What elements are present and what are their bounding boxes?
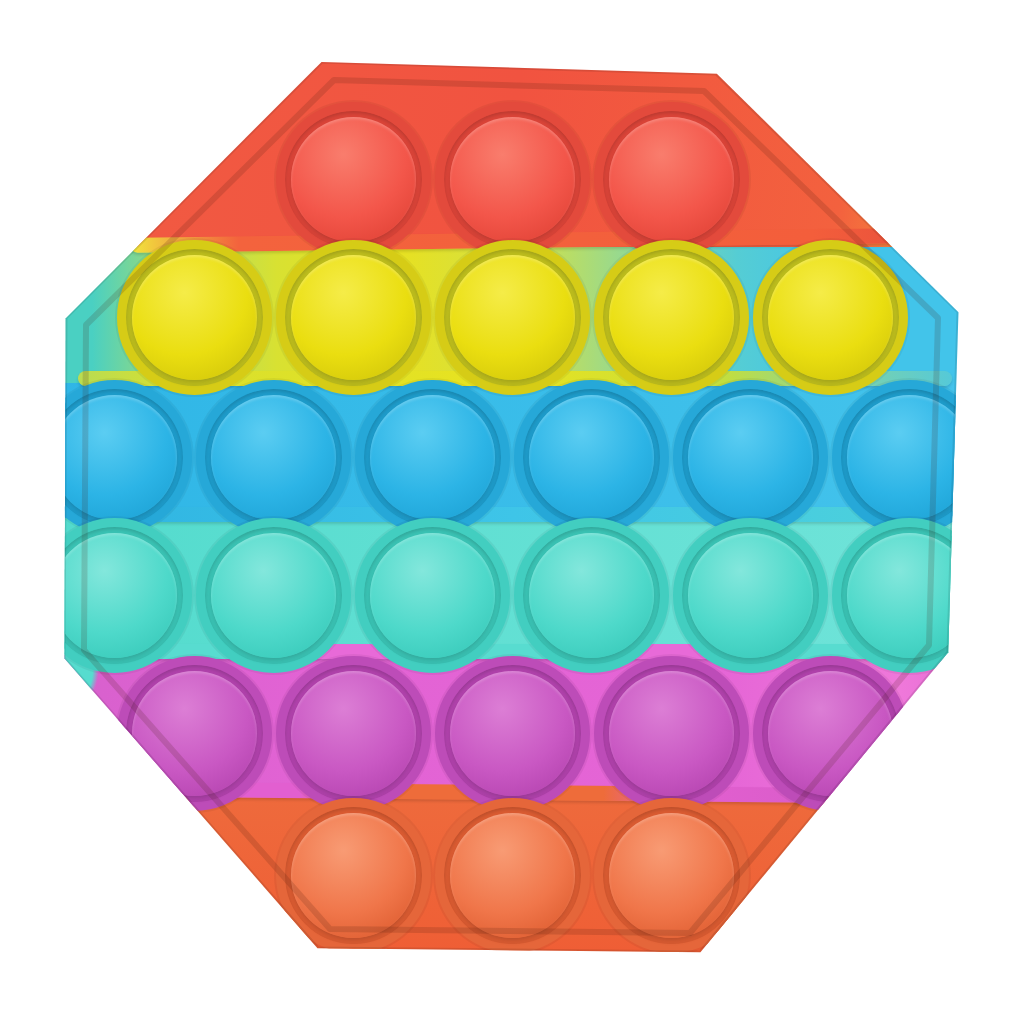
bubble-dome — [52, 533, 177, 658]
bubble-dome — [609, 813, 734, 938]
bubble-row-mint — [0, 518, 1024, 673]
bubble-mint-4[interactable] — [514, 518, 669, 673]
bubble-row-yellow — [0, 240, 1024, 395]
bubble-mint-6[interactable] — [832, 518, 987, 673]
bubble-dome — [450, 255, 575, 380]
bubble-orange-3[interactable] — [594, 798, 749, 953]
bubble-dome — [768, 255, 893, 380]
bubble-red-2[interactable] — [435, 102, 590, 257]
bubble-yellow-3[interactable] — [435, 240, 590, 395]
bubble-blue-1[interactable] — [37, 380, 192, 535]
bubble-dome — [529, 395, 654, 520]
bubble-dome — [291, 255, 416, 380]
bubble-mint-3[interactable] — [355, 518, 510, 673]
bubble-dome — [370, 533, 495, 658]
bubble-blue-2[interactable] — [196, 380, 351, 535]
bubble-dome — [450, 671, 575, 796]
pop-it-board — [0, 0, 1024, 1024]
bubble-dome — [291, 117, 416, 242]
bubble-dome — [609, 255, 734, 380]
bubble-dome — [291, 671, 416, 796]
bubble-row-blue — [0, 380, 1024, 535]
bubble-red-3[interactable] — [594, 102, 749, 257]
bubble-dome — [211, 395, 336, 520]
bubble-dome — [768, 671, 893, 796]
bubble-orange-1[interactable] — [276, 798, 431, 953]
bubble-dome — [609, 671, 734, 796]
photo-canvas — [0, 0, 1024, 1024]
bubble-dome — [529, 533, 654, 658]
bubble-orange-2[interactable] — [435, 798, 590, 953]
bubble-blue-4[interactable] — [514, 380, 669, 535]
bubble-dome — [688, 395, 813, 520]
bubble-yellow-1[interactable] — [117, 240, 272, 395]
bubble-dome — [52, 395, 177, 520]
bubble-orchid-4[interactable] — [594, 656, 749, 811]
bubble-dome — [132, 671, 257, 796]
bubble-red-1[interactable] — [276, 102, 431, 257]
bubble-dome — [688, 533, 813, 658]
bubble-blue-6[interactable] — [832, 380, 987, 535]
bubble-row-red — [0, 102, 1024, 257]
bubble-dome — [211, 533, 336, 658]
bubble-dome — [609, 117, 734, 242]
bubble-dome — [291, 813, 416, 938]
bubble-yellow-4[interactable] — [594, 240, 749, 395]
bubble-dome — [370, 395, 495, 520]
bubble-mint-2[interactable] — [196, 518, 351, 673]
bubble-row-orange — [0, 798, 1024, 953]
bubble-dome — [450, 813, 575, 938]
bubble-orchid-3[interactable] — [435, 656, 590, 811]
bubble-mint-5[interactable] — [673, 518, 828, 673]
bubble-orchid-2[interactable] — [276, 656, 431, 811]
bubble-dome — [132, 255, 257, 380]
bubble-blue-3[interactable] — [355, 380, 510, 535]
bubble-dome — [847, 395, 972, 520]
bubble-dome — [847, 533, 972, 658]
bubble-mint-1[interactable] — [37, 518, 192, 673]
bubble-orchid-5[interactable] — [753, 656, 908, 811]
bubble-row-orchid — [0, 656, 1024, 811]
bubble-dome — [450, 117, 575, 242]
bubble-blue-5[interactable] — [673, 380, 828, 535]
bubble-yellow-5[interactable] — [753, 240, 908, 395]
bubble-yellow-2[interactable] — [276, 240, 431, 395]
bubble-orchid-1[interactable] — [117, 656, 272, 811]
